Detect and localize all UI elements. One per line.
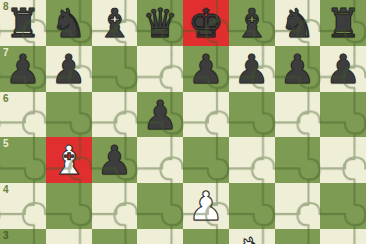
piece-black-pawn-h7[interactable]: ♟ — [320, 46, 366, 92]
square-b7[interactable]: ♟ — [46, 46, 92, 92]
piece-white-bishop-b5[interactable]: ♝ — [46, 137, 92, 183]
square-c7[interactable] — [92, 46, 138, 92]
square-f8[interactable]: ♝ — [229, 0, 275, 46]
square-e3[interactable] — [183, 229, 229, 244]
square-e7[interactable]: ♟ — [183, 46, 229, 92]
board-grid: ♜♞♝♛♚♝♞♜♟♟♟♟♟♟♟♝♟♟♞♟♟♟♟♟♟♟♜♞♝♛♚♜ — [0, 0, 366, 244]
square-f5[interactable] — [229, 137, 275, 183]
piece-white-pawn-e4[interactable]: ♟ — [183, 183, 229, 229]
square-g6[interactable] — [275, 92, 321, 138]
rank-label-5: 5 — [3, 138, 15, 150]
square-f7[interactable]: ♟ — [229, 46, 275, 92]
square-d3[interactable] — [137, 229, 183, 244]
square-g5[interactable] — [275, 137, 321, 183]
piece-white-knight-f3[interactable]: ♞ — [229, 229, 275, 244]
piece-black-pawn-d6[interactable]: ♟ — [137, 92, 183, 138]
square-f6[interactable] — [229, 92, 275, 138]
square-d4[interactable] — [137, 183, 183, 229]
square-c4[interactable] — [92, 183, 138, 229]
square-e5[interactable] — [183, 137, 229, 183]
square-h8[interactable]: ♜ — [320, 0, 366, 46]
square-h7[interactable]: ♟ — [320, 46, 366, 92]
square-b5[interactable]: ♝ — [46, 137, 92, 183]
piece-black-pawn-f7[interactable]: ♟ — [229, 46, 275, 92]
square-g8[interactable]: ♞ — [275, 0, 321, 46]
square-h3[interactable] — [320, 229, 366, 244]
piece-black-bishop-f8[interactable]: ♝ — [229, 0, 275, 46]
chess-board: ♜♞♝♛♚♝♞♜♟♟♟♟♟♟♟♝♟♟♞♟♟♟♟♟♟♟♜♞♝♛♚♜ 876543 — [0, 0, 366, 244]
square-f3[interactable]: ♞ — [229, 229, 275, 244]
square-d6[interactable]: ♟ — [137, 92, 183, 138]
piece-black-knight-g8[interactable]: ♞ — [275, 0, 321, 46]
square-b8[interactable]: ♞ — [46, 0, 92, 46]
rank-label-6: 6 — [3, 93, 15, 105]
square-d7[interactable] — [137, 46, 183, 92]
piece-black-pawn-e7[interactable]: ♟ — [183, 46, 229, 92]
square-d8[interactable]: ♛ — [137, 0, 183, 46]
rank-label-8: 8 — [3, 1, 15, 13]
piece-black-queen-d8[interactable]: ♛ — [137, 0, 183, 46]
square-c8[interactable]: ♝ — [92, 0, 138, 46]
square-h4[interactable] — [320, 183, 366, 229]
square-b6[interactable] — [46, 92, 92, 138]
square-d5[interactable] — [137, 137, 183, 183]
piece-black-rook-h8[interactable]: ♜ — [320, 0, 366, 46]
piece-black-king-e8[interactable]: ♚ — [183, 0, 229, 46]
square-g4[interactable] — [275, 183, 321, 229]
rank-label-4: 4 — [3, 184, 15, 196]
rank-label-3: 3 — [3, 230, 15, 242]
square-b3[interactable] — [46, 229, 92, 244]
rank-label-7: 7 — [3, 47, 15, 59]
square-h5[interactable] — [320, 137, 366, 183]
piece-black-pawn-b7[interactable]: ♟ — [46, 46, 92, 92]
piece-black-pawn-c5[interactable]: ♟ — [92, 137, 138, 183]
square-g7[interactable]: ♟ — [275, 46, 321, 92]
square-c5[interactable]: ♟ — [92, 137, 138, 183]
square-c3[interactable] — [92, 229, 138, 244]
square-f4[interactable] — [229, 183, 275, 229]
square-e6[interactable] — [183, 92, 229, 138]
piece-black-pawn-g7[interactable]: ♟ — [275, 46, 321, 92]
piece-black-knight-b8[interactable]: ♞ — [46, 0, 92, 46]
square-e8[interactable]: ♚ — [183, 0, 229, 46]
square-h6[interactable] — [320, 92, 366, 138]
square-g3[interactable] — [275, 229, 321, 244]
square-b4[interactable] — [46, 183, 92, 229]
square-c6[interactable] — [92, 92, 138, 138]
piece-black-bishop-c8[interactable]: ♝ — [92, 0, 138, 46]
square-e4[interactable]: ♟ — [183, 183, 229, 229]
